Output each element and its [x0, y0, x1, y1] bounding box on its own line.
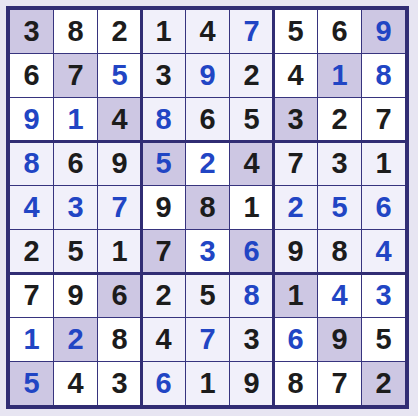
cell-r9c6[interactable]: 9 [230, 362, 273, 405]
cell-r9c9[interactable]: 2 [362, 362, 405, 405]
cell-r4c7[interactable]: 7 [274, 142, 317, 185]
cell-r7c7[interactable]: 1 [274, 274, 317, 317]
cell-r5c5[interactable]: 8 [186, 186, 229, 229]
cell-r2c3[interactable]: 5 [98, 54, 141, 97]
cell-r9c8[interactable]: 7 [318, 362, 361, 405]
cell-r9c2[interactable]: 4 [54, 362, 97, 405]
cell-r1c8[interactable]: 6 [318, 10, 361, 53]
cell-r1c2[interactable]: 8 [54, 10, 97, 53]
cell-r3c5[interactable]: 6 [186, 98, 229, 141]
cell-r8c7[interactable]: 6 [274, 318, 317, 361]
cell-r8c5[interactable]: 7 [186, 318, 229, 361]
cell-r8c6[interactable]: 3 [230, 318, 273, 361]
cell-r1c4[interactable]: 1 [142, 10, 185, 53]
cell-r2c6[interactable]: 2 [230, 54, 273, 97]
cell-r5c6[interactable]: 1 [230, 186, 273, 229]
cell-r6c2[interactable]: 5 [54, 230, 97, 273]
cell-r6c4[interactable]: 7 [142, 230, 185, 273]
cell-r2c5[interactable]: 9 [186, 54, 229, 97]
cell-r9c1[interactable]: 5 [10, 362, 53, 405]
cell-r2c4[interactable]: 3 [142, 54, 185, 97]
cell-r5c9[interactable]: 6 [362, 186, 405, 229]
cell-r2c8[interactable]: 1 [318, 54, 361, 97]
cell-r5c4[interactable]: 9 [142, 186, 185, 229]
cell-r8c8[interactable]: 9 [318, 318, 361, 361]
cell-r5c7[interactable]: 2 [274, 186, 317, 229]
cell-r1c7[interactable]: 5 [274, 10, 317, 53]
cell-r6c6[interactable]: 6 [230, 230, 273, 273]
cell-r4c9[interactable]: 1 [362, 142, 405, 185]
sudoku-board: 3821475696753924189148653278695247314379… [6, 6, 409, 409]
cell-r1c6[interactable]: 7 [230, 10, 273, 53]
cell-r8c3[interactable]: 8 [98, 318, 141, 361]
cell-r4c1[interactable]: 8 [10, 142, 53, 185]
cell-r4c4[interactable]: 5 [142, 142, 185, 185]
cell-r5c8[interactable]: 5 [318, 186, 361, 229]
cell-r1c5[interactable]: 4 [186, 10, 229, 53]
cell-r2c9[interactable]: 8 [362, 54, 405, 97]
cell-r3c4[interactable]: 8 [142, 98, 185, 141]
cell-r9c7[interactable]: 8 [274, 362, 317, 405]
cell-r4c6[interactable]: 4 [230, 142, 273, 185]
cell-r3c7[interactable]: 3 [274, 98, 317, 141]
cell-r7c9[interactable]: 3 [362, 274, 405, 317]
cell-r1c1[interactable]: 3 [10, 10, 53, 53]
cell-r4c5[interactable]: 2 [186, 142, 229, 185]
cell-r1c9[interactable]: 9 [362, 10, 405, 53]
cell-r5c2[interactable]: 3 [54, 186, 97, 229]
cell-r6c8[interactable]: 8 [318, 230, 361, 273]
cell-r7c8[interactable]: 4 [318, 274, 361, 317]
cell-r6c3[interactable]: 1 [98, 230, 141, 273]
cell-r3c3[interactable]: 4 [98, 98, 141, 141]
cell-r8c1[interactable]: 1 [10, 318, 53, 361]
cell-r3c8[interactable]: 2 [318, 98, 361, 141]
cell-r7c6[interactable]: 8 [230, 274, 273, 317]
cell-r5c1[interactable]: 4 [10, 186, 53, 229]
cell-r7c5[interactable]: 5 [186, 274, 229, 317]
cell-r6c1[interactable]: 2 [10, 230, 53, 273]
cell-r1c3[interactable]: 2 [98, 10, 141, 53]
cell-r7c4[interactable]: 2 [142, 274, 185, 317]
cell-r6c7[interactable]: 9 [274, 230, 317, 273]
cell-r7c1[interactable]: 7 [10, 274, 53, 317]
cell-r8c2[interactable]: 2 [54, 318, 97, 361]
cell-r2c2[interactable]: 7 [54, 54, 97, 97]
cell-r9c5[interactable]: 1 [186, 362, 229, 405]
cell-r6c9[interactable]: 4 [362, 230, 405, 273]
cell-r2c1[interactable]: 6 [10, 54, 53, 97]
cell-r5c3[interactable]: 7 [98, 186, 141, 229]
cell-r2c7[interactable]: 4 [274, 54, 317, 97]
cell-r3c2[interactable]: 1 [54, 98, 97, 141]
cell-r8c4[interactable]: 4 [142, 318, 185, 361]
cell-r8c9[interactable]: 5 [362, 318, 405, 361]
cell-r9c4[interactable]: 6 [142, 362, 185, 405]
cell-r7c3[interactable]: 6 [98, 274, 141, 317]
cell-r6c5[interactable]: 3 [186, 230, 229, 273]
cell-r4c2[interactable]: 6 [54, 142, 97, 185]
cell-r4c3[interactable]: 9 [98, 142, 141, 185]
cell-r9c3[interactable]: 3 [98, 362, 141, 405]
cell-r4c8[interactable]: 3 [318, 142, 361, 185]
cell-r3c6[interactable]: 5 [230, 98, 273, 141]
cell-r7c2[interactable]: 9 [54, 274, 97, 317]
cell-r3c9[interactable]: 7 [362, 98, 405, 141]
cell-r3c1[interactable]: 9 [10, 98, 53, 141]
